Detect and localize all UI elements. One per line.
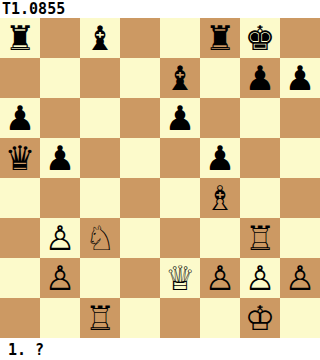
black-rook-icon: ♜ [205,18,235,58]
square-b2[interactable]: ♙ [40,258,80,298]
square-e8[interactable] [160,18,200,58]
square-a2[interactable] [0,258,40,298]
square-c6[interactable] [80,98,120,138]
square-h6[interactable] [280,98,320,138]
chess-diagram-window: T1.0855 ♜♝♜♚♝♟♟♟♟♛♟♟♗♙♘♖♙♕♙♙♙♖♔ 1. ? [0,0,320,360]
square-f4[interactable]: ♗ [200,178,240,218]
square-h7[interactable]: ♟ [280,58,320,98]
square-e2[interactable]: ♕ [160,258,200,298]
square-d7[interactable] [120,58,160,98]
white-pawn-icon: ♙ [245,258,275,298]
square-g5[interactable] [240,138,280,178]
square-a3[interactable] [0,218,40,258]
square-d6[interactable] [120,98,160,138]
square-g8[interactable]: ♚ [240,18,280,58]
square-a7[interactable] [0,58,40,98]
square-c2[interactable] [80,258,120,298]
square-c8[interactable]: ♝ [80,18,120,58]
square-e4[interactable] [160,178,200,218]
white-pawn-icon: ♙ [45,258,75,298]
square-d3[interactable] [120,218,160,258]
square-c1[interactable]: ♖ [80,298,120,338]
square-g4[interactable] [240,178,280,218]
square-c3[interactable]: ♘ [80,218,120,258]
square-d5[interactable] [120,138,160,178]
page-title: T1.0855 [0,0,320,18]
square-f3[interactable] [200,218,240,258]
square-f8[interactable]: ♜ [200,18,240,58]
square-a4[interactable] [0,178,40,218]
white-pawn-icon: ♙ [45,218,75,258]
black-pawn-icon: ♟ [285,58,315,98]
white-knight-icon: ♘ [85,218,115,258]
white-rook-icon: ♖ [245,218,275,258]
square-b6[interactable] [40,98,80,138]
square-b4[interactable] [40,178,80,218]
square-e1[interactable] [160,298,200,338]
black-pawn-icon: ♟ [45,138,75,178]
square-a1[interactable] [0,298,40,338]
black-pawn-icon: ♟ [165,98,195,138]
square-h8[interactable] [280,18,320,58]
black-pawn-icon: ♟ [205,138,235,178]
square-e6[interactable]: ♟ [160,98,200,138]
square-b1[interactable] [40,298,80,338]
square-f5[interactable]: ♟ [200,138,240,178]
square-b5[interactable]: ♟ [40,138,80,178]
black-rook-icon: ♜ [5,18,35,58]
square-h3[interactable] [280,218,320,258]
square-e7[interactable]: ♝ [160,58,200,98]
square-g3[interactable]: ♖ [240,218,280,258]
white-bishop-icon: ♗ [205,178,235,218]
square-d8[interactable] [120,18,160,58]
square-b7[interactable] [40,58,80,98]
white-pawn-icon: ♙ [285,258,315,298]
square-c4[interactable] [80,178,120,218]
square-g6[interactable] [240,98,280,138]
chess-board: ♜♝♜♚♝♟♟♟♟♛♟♟♗♙♘♖♙♕♙♙♙♖♔ [0,18,320,338]
white-rook-icon: ♖ [85,298,115,338]
square-a6[interactable]: ♟ [0,98,40,138]
square-a8[interactable]: ♜ [0,18,40,58]
square-c5[interactable] [80,138,120,178]
square-g7[interactable]: ♟ [240,58,280,98]
square-h1[interactable] [280,298,320,338]
white-king-icon: ♔ [245,298,275,338]
square-g1[interactable]: ♔ [240,298,280,338]
white-queen-icon: ♕ [165,258,195,298]
square-f6[interactable] [200,98,240,138]
move-prompt: 1. ? [0,338,320,360]
square-e5[interactable] [160,138,200,178]
white-pawn-icon: ♙ [205,258,235,298]
square-a5[interactable]: ♛ [0,138,40,178]
square-h4[interactable] [280,178,320,218]
square-b8[interactable] [40,18,80,58]
black-pawn-icon: ♟ [245,58,275,98]
black-king-icon: ♚ [245,18,275,58]
square-f2[interactable]: ♙ [200,258,240,298]
square-e3[interactable] [160,218,200,258]
black-bishop-icon: ♝ [85,18,115,58]
square-h5[interactable] [280,138,320,178]
square-d2[interactable] [120,258,160,298]
square-g2[interactable]: ♙ [240,258,280,298]
square-f1[interactable] [200,298,240,338]
black-bishop-icon: ♝ [165,58,195,98]
black-queen-icon: ♛ [5,138,35,178]
square-c7[interactable] [80,58,120,98]
square-h2[interactable]: ♙ [280,258,320,298]
black-pawn-icon: ♟ [5,98,35,138]
square-d4[interactable] [120,178,160,218]
square-d1[interactable] [120,298,160,338]
square-b3[interactable]: ♙ [40,218,80,258]
square-f7[interactable] [200,58,240,98]
